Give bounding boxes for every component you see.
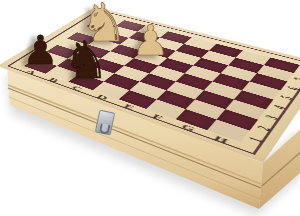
white-pawn-d5: ♟ (132, 20, 170, 62)
clasp-hook-icon (99, 123, 111, 135)
white-knight-b5: ♞ (80, 0, 128, 49)
black-pawn-a1: ♟ (22, 30, 58, 70)
chess-box-photo: ABCDEFGH 12345678 ♟♞♞♟ (0, 0, 300, 216)
